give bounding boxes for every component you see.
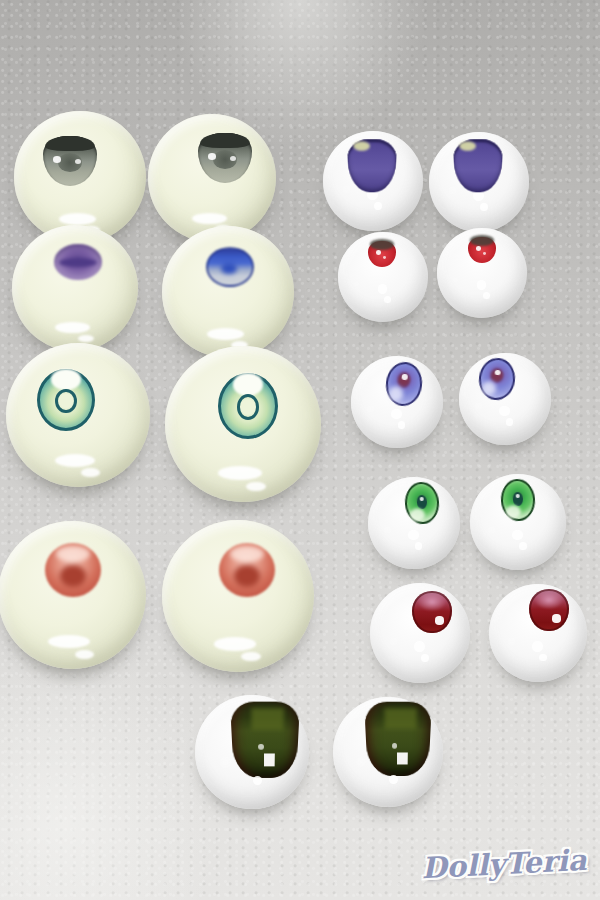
redsmall-iris: [368, 241, 396, 267]
iris-detail-sp: [230, 156, 236, 161]
teal-iris: [218, 373, 278, 439]
iris-detail-pup: [221, 263, 237, 274]
doll-eye-purple-bean: [323, 131, 423, 231]
iris-detail-hl: [459, 142, 476, 151]
bean-iris: [347, 139, 397, 192]
iris-detail-lid: [200, 133, 250, 148]
iris-detail-band: [59, 258, 97, 267]
doll-eye-green-oval: [470, 474, 566, 570]
teal-iris: [37, 369, 95, 431]
iris-detail-sp: [258, 744, 264, 750]
blue-iris: [206, 247, 254, 287]
sleepy-iris: [43, 136, 97, 186]
iris-detail-sp: [75, 159, 81, 164]
green-iris: [404, 481, 441, 525]
iris-detail-core: [234, 565, 260, 588]
iris-detail-sp: [483, 252, 486, 255]
doll-eye-red-glossy: [370, 583, 470, 683]
doll-eye-teal-ring: [165, 346, 321, 502]
doll-eye-olive-dark: [333, 697, 443, 807]
violet-iris: [477, 356, 517, 402]
doll-eye-violet-oval: [351, 356, 443, 448]
iris-detail-patch: [251, 708, 284, 729]
doll-eye-red-dot: [338, 232, 428, 322]
olive-iris: [364, 702, 432, 776]
iris-detail-sq: [397, 753, 408, 765]
green-iris: [500, 478, 537, 522]
doll-eye-olive-dark: [195, 695, 309, 809]
sleepy-iris: [198, 133, 252, 183]
iris-detail-sheen: [535, 591, 564, 609]
iris-detail-notch: [233, 373, 263, 396]
bean-iris: [453, 139, 503, 192]
doll-eye-purple-bean: [429, 132, 529, 232]
photo-canvas: DollyTeria: [0, 0, 600, 900]
iris-detail-pupring: [55, 389, 77, 414]
doll-eye-sleepy-grey: [148, 114, 276, 242]
violet-iris: [384, 360, 424, 408]
doll-eye-lavender-blue: [12, 225, 138, 351]
iris-detail-sp: [402, 374, 408, 380]
iris-detail-cap: [370, 239, 395, 250]
olive-iris: [230, 702, 300, 778]
doll-eye-coral: [0, 521, 146, 669]
doll-eye-violet-oval: [459, 353, 551, 445]
watermark-logo: DollyTeria: [413, 841, 595, 888]
iris-detail-notch: [51, 369, 80, 390]
doll-eye-red-glossy: [489, 584, 587, 682]
iris-detail-sq: [264, 754, 275, 766]
iris-detail-pale: [506, 505, 522, 519]
iris-detail-patch: [385, 708, 417, 729]
iris-detail-core: [60, 565, 86, 588]
iris-detail-sp: [53, 156, 61, 163]
iris-detail-glow: [230, 546, 264, 562]
doll-eye-green-oval: [368, 477, 460, 569]
iris-detail-sp: [435, 616, 444, 624]
iris-detail-sp: [383, 256, 386, 259]
iris-detail-sp: [208, 153, 216, 160]
fabric-highlight-bottom: [0, 640, 210, 900]
iris-detail-hl: [353, 142, 370, 151]
iris-detail-cap: [470, 235, 495, 246]
iris-detail-sheen: [418, 593, 447, 611]
lavender-iris: [54, 244, 102, 280]
iris-detail-sp: [552, 614, 561, 622]
doll-eye-red-dot: [437, 228, 527, 318]
coral-iris: [219, 543, 275, 597]
iris-detail-sp: [392, 742, 398, 748]
doll-eye-lavender-blue: [162, 226, 294, 358]
doll-eye-coral: [162, 520, 314, 672]
redglossy-iris: [529, 589, 569, 631]
redglossy-iris: [412, 591, 452, 633]
iris-detail-pale: [410, 508, 426, 522]
iris-detail-pupring: [237, 394, 260, 420]
coral-iris: [45, 543, 101, 597]
iris-detail-sp: [376, 250, 381, 254]
iris-detail-sp: [495, 370, 501, 376]
iris-detail-lid: [45, 136, 95, 151]
iris-detail-glow: [56, 546, 90, 562]
doll-eye-teal-ring: [6, 343, 150, 487]
doll-eye-sleepy-grey: [14, 111, 146, 243]
iris-detail-sp: [476, 246, 481, 250]
redsmall-iris: [468, 237, 496, 263]
